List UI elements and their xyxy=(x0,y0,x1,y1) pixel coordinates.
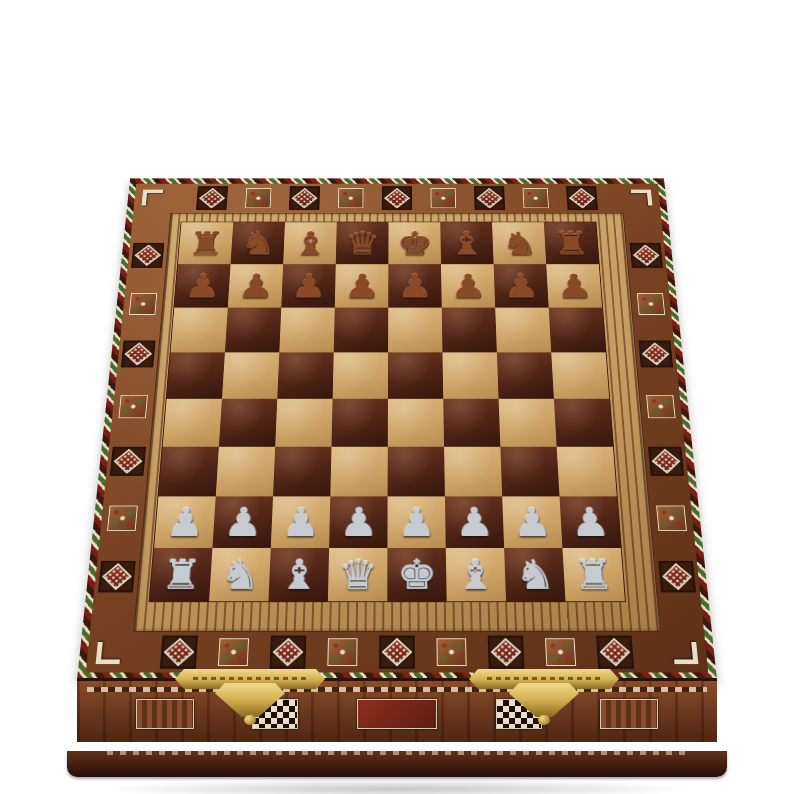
rosette-medallion xyxy=(523,188,549,208)
brass-clasp-right[interactable] xyxy=(469,669,619,727)
square-a3[interactable] xyxy=(158,447,218,497)
square-g2[interactable]: ♟ xyxy=(502,496,562,547)
square-f4[interactable] xyxy=(443,399,500,447)
silver-pawn[interactable]: ♟ xyxy=(397,503,436,542)
clasp-hasp xyxy=(509,683,579,717)
inlay-band: ♜♞♝♛♚♝♞♜♟♟♟♟♟♟♟♟♟♟♟♟♟♟♟♟♜♞♝♛♚♝♞♜ xyxy=(133,213,660,632)
square-e7[interactable]: ♟ xyxy=(388,264,441,307)
diamond-medallion xyxy=(110,447,146,476)
square-f8[interactable]: ♝ xyxy=(440,222,493,264)
copper-pawn[interactable]: ♟ xyxy=(237,270,275,303)
rosette-medallion xyxy=(637,293,665,315)
square-b4[interactable] xyxy=(219,399,277,447)
square-a8[interactable]: ♜ xyxy=(178,222,233,264)
square-c5[interactable] xyxy=(277,352,333,398)
square-d1[interactable]: ♛ xyxy=(328,548,388,601)
clasp-knob xyxy=(244,715,256,725)
diamond-medallion xyxy=(638,341,673,368)
square-c4[interactable] xyxy=(275,399,332,447)
square-b2[interactable]: ♟ xyxy=(212,496,273,547)
square-h4[interactable] xyxy=(554,399,613,447)
square-d3[interactable] xyxy=(330,447,387,497)
square-a7[interactable]: ♟ xyxy=(174,264,230,307)
square-e6[interactable] xyxy=(388,308,442,353)
front-mosaic-panels xyxy=(77,699,717,729)
corner-inlay xyxy=(96,642,122,664)
square-a2[interactable]: ♟ xyxy=(154,496,216,547)
floor-shadow xyxy=(97,779,697,794)
square-a1[interactable]: ♜ xyxy=(150,548,213,601)
square-d5[interactable] xyxy=(333,352,388,398)
square-c2[interactable]: ♟ xyxy=(271,496,331,547)
rosette-medallion xyxy=(327,638,357,666)
square-f2[interactable]: ♟ xyxy=(445,496,504,547)
copper-knight[interactable]: ♞ xyxy=(501,227,538,259)
square-c7[interactable]: ♟ xyxy=(281,264,336,307)
square-a6[interactable] xyxy=(171,308,228,353)
silver-pawn[interactable]: ♟ xyxy=(164,503,206,542)
square-g4[interactable] xyxy=(499,399,557,447)
copper-bishop[interactable]: ♝ xyxy=(292,227,328,259)
square-h5[interactable] xyxy=(551,352,609,398)
silver-pawn[interactable]: ♟ xyxy=(339,503,379,542)
board-lid: ♜♞♝♛♚♝♞♜♟♟♟♟♟♟♟♟♟♟♟♟♟♟♟♟♜♞♝♛♚♝♞♜ xyxy=(77,178,717,680)
square-g1[interactable]: ♞ xyxy=(504,548,565,601)
rosette-medallion xyxy=(129,293,157,315)
copper-pawn[interactable]: ♟ xyxy=(290,270,327,303)
square-c1[interactable]: ♝ xyxy=(268,548,329,601)
silver-pawn[interactable]: ♟ xyxy=(454,503,494,542)
copper-rook[interactable]: ♜ xyxy=(552,227,589,259)
clasp-hasp xyxy=(215,683,285,717)
square-b1[interactable]: ♞ xyxy=(209,548,271,601)
diamond-medallion xyxy=(289,186,320,210)
square-d8[interactable]: ♛ xyxy=(336,222,389,264)
diamond-medallion xyxy=(648,447,684,476)
rosette-medallion xyxy=(436,638,466,666)
copper-knight[interactable]: ♞ xyxy=(239,227,276,259)
copper-rook[interactable]: ♜ xyxy=(187,227,225,259)
silver-knight[interactable]: ♞ xyxy=(514,554,556,594)
brass-clasp-left[interactable] xyxy=(175,669,325,727)
square-d6[interactable] xyxy=(334,308,389,353)
rosette-medallion xyxy=(245,188,271,208)
diamond-medallion xyxy=(131,243,164,268)
square-h7[interactable]: ♟ xyxy=(546,264,602,307)
square-c3[interactable] xyxy=(273,447,331,497)
rosette-medallion xyxy=(545,638,576,666)
square-d7[interactable]: ♟ xyxy=(335,264,389,307)
copper-pawn[interactable]: ♟ xyxy=(450,270,487,303)
diamond-medallion xyxy=(98,561,136,593)
front-panel-redrect xyxy=(357,699,437,729)
square-e8[interactable]: ♚ xyxy=(388,222,441,264)
silver-rook[interactable]: ♜ xyxy=(572,554,615,594)
diamond-medallion xyxy=(488,636,525,669)
silver-bishop[interactable]: ♝ xyxy=(278,554,319,594)
copper-pawn[interactable]: ♟ xyxy=(555,270,593,303)
diamond-medallion xyxy=(160,636,198,669)
silver-pawn[interactable]: ♟ xyxy=(512,503,553,542)
square-h3[interactable] xyxy=(557,447,617,497)
square-d2[interactable]: ♟ xyxy=(329,496,388,547)
copper-pawn[interactable]: ♟ xyxy=(397,270,433,303)
square-h6[interactable] xyxy=(549,308,606,353)
medallion-strip-bottom xyxy=(138,636,656,669)
diamond-medallion xyxy=(630,243,663,268)
square-a5[interactable] xyxy=(167,352,225,398)
square-f3[interactable] xyxy=(444,447,502,497)
copper-pawn[interactable]: ♟ xyxy=(502,270,539,303)
square-f6[interactable] xyxy=(442,308,497,353)
diamond-medallion xyxy=(566,186,598,210)
rosette-medallion xyxy=(218,638,249,666)
square-e5[interactable] xyxy=(388,352,443,398)
square-h8[interactable]: ♜ xyxy=(544,222,599,264)
square-c6[interactable] xyxy=(279,308,334,353)
square-f7[interactable]: ♟ xyxy=(441,264,495,307)
square-g6[interactable] xyxy=(495,308,551,353)
square-g3[interactable] xyxy=(500,447,559,497)
box-base-molding xyxy=(67,751,727,777)
copper-queen[interactable]: ♛ xyxy=(344,227,380,259)
box-front-face xyxy=(77,678,717,742)
silver-pawn[interactable]: ♟ xyxy=(222,503,263,542)
copper-bishop[interactable]: ♝ xyxy=(449,227,485,259)
diamond-medallion xyxy=(382,186,412,210)
square-e4[interactable] xyxy=(388,399,444,447)
clasp-knob xyxy=(538,715,550,725)
diamond-medallion xyxy=(596,636,634,669)
square-a4[interactable] xyxy=(163,399,222,447)
corner-inlay xyxy=(142,190,164,206)
corner-inlay xyxy=(631,190,653,206)
copper-pawn[interactable]: ♟ xyxy=(344,270,380,303)
rosette-medallion xyxy=(118,395,148,418)
chess-board: ♜♞♝♛♚♝♞♜♟♟♟♟♟♟♟♟♟♟♟♟♟♟♟♟♜♞♝♛♚♝♞♜ xyxy=(149,222,626,603)
rosette-medallion xyxy=(430,188,456,208)
chess-box: ♜♞♝♛♚♝♞♜♟♟♟♟♟♟♟♟♟♟♟♟♟♟♟♟♜♞♝♛♚♝♞♜ xyxy=(77,40,717,794)
silver-rook[interactable]: ♜ xyxy=(160,554,203,594)
square-h1[interactable]: ♜ xyxy=(562,548,624,601)
silver-knight[interactable]: ♞ xyxy=(219,554,261,594)
diamond-medallion xyxy=(121,341,156,368)
diamond-medallion xyxy=(474,186,505,210)
diamond-medallion xyxy=(196,186,228,210)
square-b7[interactable]: ♟ xyxy=(228,264,283,307)
rosette-medallion xyxy=(338,188,364,208)
square-f1[interactable]: ♝ xyxy=(446,548,506,601)
base-inlay-line xyxy=(107,751,688,755)
silver-bishop[interactable]: ♝ xyxy=(455,554,496,594)
copper-pawn[interactable]: ♟ xyxy=(183,270,221,303)
square-b6[interactable] xyxy=(225,308,281,353)
medallion-strip-top xyxy=(177,186,616,210)
silver-pawn[interactable]: ♟ xyxy=(569,503,611,542)
square-h2[interactable]: ♟ xyxy=(559,496,620,547)
square-c8[interactable]: ♝ xyxy=(283,222,337,264)
square-e1[interactable]: ♚ xyxy=(387,548,446,601)
copper-king[interactable]: ♚ xyxy=(397,227,433,259)
square-g5[interactable] xyxy=(497,352,554,398)
square-b8[interactable]: ♞ xyxy=(231,222,285,264)
diamond-medallion xyxy=(269,636,306,669)
silver-queen[interactable]: ♛ xyxy=(338,554,378,594)
silver-king[interactable]: ♚ xyxy=(397,554,437,594)
square-g8[interactable]: ♞ xyxy=(492,222,546,264)
diamond-medallion xyxy=(658,561,696,593)
square-b3[interactable] xyxy=(216,447,275,497)
mosaic-rim: ♜♞♝♛♚♝♞♜♟♟♟♟♟♟♟♟♟♟♟♟♟♟♟♟♜♞♝♛♚♝♞♜ xyxy=(86,184,708,673)
square-f5[interactable] xyxy=(442,352,498,398)
product-photo: Roman-figures metal chess set (copper vs… xyxy=(0,0,794,794)
square-g7[interactable]: ♟ xyxy=(494,264,549,307)
square-b5[interactable] xyxy=(222,352,279,398)
rosette-medallion xyxy=(656,505,687,530)
rosette-medallion xyxy=(646,395,676,418)
corner-inlay xyxy=(672,642,698,664)
square-d4[interactable] xyxy=(331,399,387,447)
rosette-medallion xyxy=(107,505,138,530)
square-e2[interactable]: ♟ xyxy=(387,496,445,547)
silver-pawn[interactable]: ♟ xyxy=(280,503,320,542)
diamond-medallion xyxy=(379,636,415,669)
square-e3[interactable] xyxy=(388,447,445,497)
